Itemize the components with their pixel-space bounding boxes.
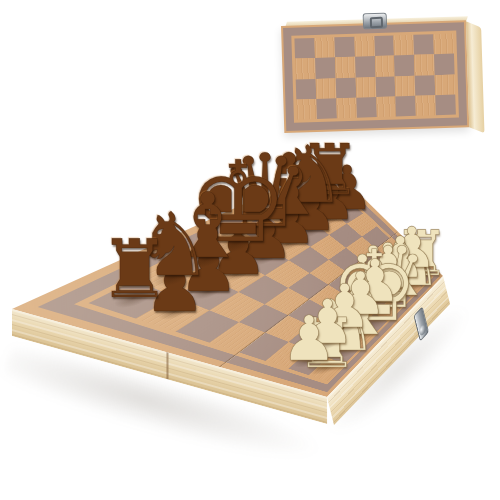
box-cell [335, 77, 356, 98]
box-cell [435, 94, 456, 115]
folded-chess-box [281, 19, 495, 148]
box-cell [316, 78, 337, 99]
box-cell [316, 98, 337, 119]
metal-clasp-icon [413, 306, 429, 341]
box-front-face [281, 20, 469, 133]
box-cell [336, 97, 357, 118]
box-cell [374, 56, 395, 77]
box-side-face [466, 21, 485, 133]
box-cell [294, 38, 315, 59]
box-checker-grid [294, 34, 455, 120]
box-cell [296, 99, 317, 120]
box-cell [414, 54, 435, 75]
box-cell [314, 37, 335, 58]
box-cell [375, 76, 396, 97]
metal-clasp-icon [363, 13, 387, 30]
box-cell [396, 96, 417, 117]
box-cell [315, 58, 336, 79]
box-cell [295, 58, 316, 79]
box-cell [395, 75, 416, 96]
box-cell [296, 78, 317, 99]
box-cell [394, 35, 415, 56]
box-cell [415, 75, 436, 96]
box-cell [374, 35, 395, 56]
box-cell [354, 36, 375, 57]
side-fold-seam [166, 352, 168, 380]
product-photo-scene: ♜♞♝♛♚♝♞♜♟♟♟♟♟♟♟♟♟♟♟♟♟♟♟♟♜♞♝♛♚♝♞♜ [0, 0, 500, 500]
box-cell [435, 74, 456, 95]
box-cell [335, 57, 356, 78]
box-cell [394, 55, 415, 76]
box-cell [376, 96, 397, 117]
box-cell [355, 56, 376, 77]
box-cell [356, 97, 377, 118]
box-cell [334, 37, 355, 58]
box-cell [416, 95, 437, 116]
box-cell [414, 34, 435, 55]
box-cell [433, 34, 454, 55]
box-cell [434, 54, 455, 75]
box-cell [355, 77, 376, 98]
